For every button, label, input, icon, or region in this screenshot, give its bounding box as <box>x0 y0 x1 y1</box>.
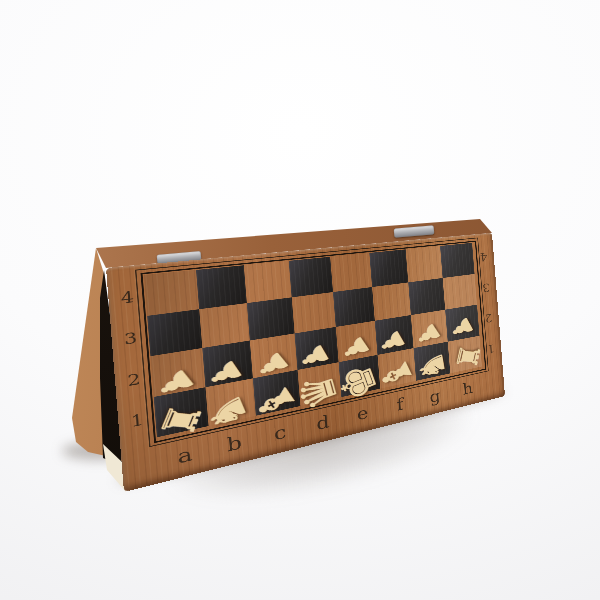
product-photo-stage: 4321 4321 abcdefgh ♟♟♟♟♟♟♟♟♜♞♝♛♚♝♞♜ <box>0 0 600 600</box>
square-h4[interactable] <box>440 243 475 278</box>
square-b4[interactable] <box>196 265 247 309</box>
piece-white-rook-h1[interactable]: ♜ <box>451 341 485 371</box>
rank-label-3: 3 <box>110 316 150 362</box>
rank-label-right-2: 2 <box>477 301 500 335</box>
rank-label-1: 1 <box>117 397 157 446</box>
square-h3[interactable] <box>442 274 477 310</box>
square-g4[interactable] <box>406 246 443 282</box>
square-e4[interactable] <box>330 253 372 292</box>
rank-label-right-4: 4 <box>472 241 495 274</box>
rank-label-4: 4 <box>107 275 147 320</box>
rank-label-right-3: 3 <box>475 271 498 305</box>
square-d4[interactable] <box>288 257 332 297</box>
square-a4[interactable] <box>144 270 199 316</box>
square-f4[interactable] <box>369 249 408 287</box>
rank-label-2: 2 <box>114 356 154 403</box>
square-c4[interactable] <box>244 261 292 303</box>
